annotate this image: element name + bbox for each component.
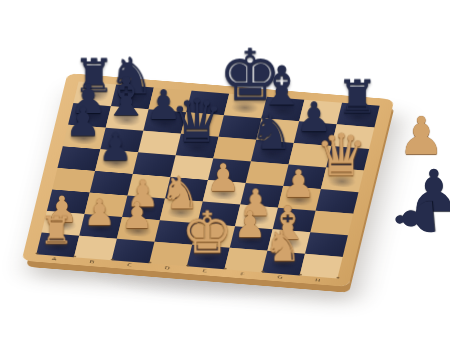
square-d6[interactable]: ♛: [176, 134, 219, 159]
white-knight[interactable]: ♞: [256, 226, 308, 268]
square-f6[interactable]: ♞: [251, 140, 294, 165]
square-h5[interactable]: ♛: [321, 168, 364, 193]
square-b5[interactable]: ♟: [95, 149, 138, 174]
board-tilt-wrapper: ♜♞♚♝♜♟♝♟♟♟♛♞♟♛♟♟♟♞♟♟♟♟♟♝♜♚♞ ABCDEFGH: [22, 73, 395, 287]
white-king[interactable]: ♚: [181, 203, 233, 261]
black-pawn[interactable]: ♟: [89, 127, 141, 166]
black-knight[interactable]: ♞: [245, 108, 297, 157]
square-c2[interactable]: ♟: [117, 217, 160, 242]
square-h3[interactable]: [310, 211, 353, 236]
captured-white-pawn[interactable]: ♟: [398, 110, 445, 162]
white-rook[interactable]: ♜: [31, 211, 83, 249]
chess-board: ♜♞♚♝♜♟♝♟♟♟♛♞♟♛♟♟♟♞♟♟♟♟♟♝♜♚♞ ABCDEFGH: [22, 73, 395, 287]
chess-set-photo: ♜♞♚♝♜♟♝♟♟♟♛♞♟♛♟♟♟♞♟♟♟♟♟♝♜♚♞ ABCDEFGH ♟♟♟: [0, 0, 450, 338]
white-pawn[interactable]: ♟: [111, 198, 163, 234]
captured-black-pawn-lying[interactable]: ♟: [387, 193, 443, 244]
black-queen[interactable]: ♛: [170, 91, 222, 151]
board-grid: ♜♞♚♝♜♟♝♟♟♟♛♞♟♛♟♟♟♞♟♟♟♟♟♝♜♚♞: [36, 82, 379, 279]
